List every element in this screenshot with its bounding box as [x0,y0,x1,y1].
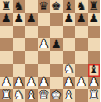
square-c4[interactable] [25,51,38,64]
square-g6[interactable] [75,26,88,39]
square-h1[interactable]: ♜ [88,89,101,102]
piece-white-bishop[interactable]: ♝ [64,89,74,101]
square-g4[interactable] [75,51,88,64]
square-c5[interactable] [25,38,38,51]
piece-white-king[interactable]: ♚ [51,89,61,101]
piece-black-pawn[interactable]: ♟ [26,13,36,25]
piece-white-rook[interactable]: ♜ [1,89,11,101]
square-a1[interactable]: ♜ [0,89,13,102]
square-g7[interactable]: ♟ [75,13,88,26]
square-d8[interactable]: ♛ [38,0,51,13]
piece-white-pawn[interactable]: ♟ [39,38,49,50]
chess-app: ♜♞♛♚♝♞♜♟♟♟♟♟♟♟♟♞♝♟♟♟♟♟♟♟♜♞♝♛♚♝♜ [0,0,100,102]
piece-white-rook[interactable]: ♜ [89,89,99,101]
square-f6[interactable] [63,26,76,39]
square-g2[interactable]: ♟ [75,77,88,90]
piece-white-bishop[interactable]: ♝ [26,89,36,101]
square-a4[interactable] [0,51,13,64]
square-h7[interactable]: ♟ [88,13,101,26]
square-c7[interactable]: ♟ [25,13,38,26]
square-e8[interactable]: ♚ [50,0,63,13]
square-a6[interactable] [0,26,13,39]
square-e7[interactable] [50,13,63,26]
square-b6[interactable] [13,26,26,39]
square-g1[interactable] [75,89,88,102]
square-e4[interactable] [50,51,63,64]
square-d5[interactable]: ♟ [38,38,51,51]
square-f1[interactable]: ♝ [63,89,76,102]
piece-black-pawn[interactable]: ♟ [76,13,86,25]
square-g5[interactable] [75,38,88,51]
square-b4[interactable] [13,51,26,64]
square-f5[interactable] [63,38,76,51]
piece-white-knight[interactable]: ♞ [14,89,24,101]
square-b1[interactable]: ♞ [13,89,26,102]
square-e1[interactable]: ♚ [50,89,63,102]
piece-black-king[interactable]: ♚ [51,0,61,12]
square-e3[interactable] [50,64,63,77]
piece-black-pawn[interactable]: ♟ [51,38,61,50]
square-d1[interactable]: ♛ [38,89,51,102]
square-d4[interactable] [38,51,51,64]
square-c6[interactable] [25,26,38,39]
square-a5[interactable] [0,38,13,51]
square-d7[interactable] [38,13,51,26]
piece-black-queen[interactable]: ♛ [39,0,49,12]
piece-white-pawn[interactable]: ♟ [76,77,86,89]
piece-white-queen[interactable]: ♛ [39,89,49,101]
square-f7[interactable]: ♟ [63,13,76,26]
square-h5[interactable] [88,38,101,51]
piece-black-pawn[interactable]: ♟ [64,13,74,25]
piece-black-pawn[interactable]: ♟ [89,13,99,25]
square-h6[interactable] [88,26,101,39]
square-b5[interactable] [13,38,26,51]
square-c1[interactable]: ♝ [25,89,38,102]
chess-board: ♜♞♛♚♝♞♜♟♟♟♟♟♟♟♟♞♝♟♟♟♟♟♟♟♜♞♝♛♚♝♜ [0,0,100,102]
piece-black-pawn[interactable]: ♟ [14,13,24,25]
square-a7[interactable]: ♟ [0,13,13,26]
square-b7[interactable]: ♟ [13,13,26,26]
square-e5[interactable]: ♟ [50,38,63,51]
piece-black-pawn[interactable]: ♟ [1,13,11,25]
